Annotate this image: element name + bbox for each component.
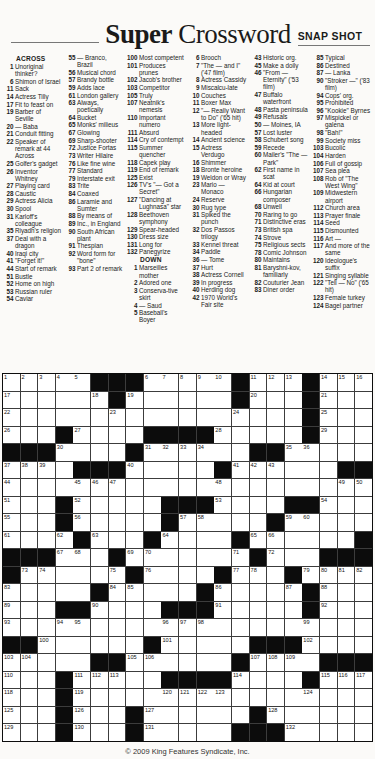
- grid-cell[interactable]: 3: [38, 374, 55, 391]
- grid-cell[interactable]: [38, 724, 55, 741]
- grid-cell[interactable]: 120: [161, 689, 178, 706]
- grid-cell[interactable]: [161, 392, 178, 409]
- grid-cell[interactable]: [232, 689, 249, 706]
- grid-cell[interactable]: [197, 707, 214, 724]
- grid-cell[interactable]: 118: [3, 689, 20, 706]
- grid-cell[interactable]: [109, 707, 126, 724]
- grid-cell[interactable]: [161, 462, 178, 479]
- grid-cell[interactable]: 56: [73, 514, 90, 531]
- grid-cell[interactable]: [179, 532, 196, 549]
- grid-cell[interactable]: 1: [3, 374, 20, 391]
- grid-cell[interactable]: [73, 654, 90, 671]
- grid-cell[interactable]: [197, 479, 214, 496]
- grid-cell[interactable]: 41: [232, 462, 249, 479]
- grid-cell[interactable]: 27: [73, 427, 90, 444]
- grid-cell[interactable]: [21, 532, 38, 549]
- grid-cell[interactable]: [355, 584, 372, 601]
- grid-cell[interactable]: 76: [144, 567, 161, 584]
- grid-cell[interactable]: [126, 637, 143, 654]
- grid-cell[interactable]: [214, 444, 231, 461]
- grid-cell[interactable]: [91, 637, 108, 654]
- grid-cell[interactable]: 39: [38, 462, 55, 479]
- grid-cell[interactable]: [338, 444, 355, 461]
- grid-cell[interactable]: [302, 532, 319, 549]
- grid-cell[interactable]: 116: [338, 672, 355, 689]
- grid-cell[interactable]: [214, 392, 231, 409]
- grid-cell[interactable]: [109, 689, 126, 706]
- grid-cell[interactable]: 35: [285, 444, 302, 461]
- grid-cell[interactable]: [161, 409, 178, 426]
- grid-cell[interactable]: [320, 532, 337, 549]
- grid-cell[interactable]: 32: [161, 444, 178, 461]
- grid-cell[interactable]: [355, 497, 372, 514]
- grid-cell[interactable]: [338, 409, 355, 426]
- grid-cell[interactable]: 71: [232, 549, 249, 566]
- grid-cell[interactable]: 14: [320, 374, 337, 391]
- grid-cell[interactable]: 94: [56, 619, 73, 636]
- grid-cell[interactable]: [144, 672, 161, 689]
- grid-cell[interactable]: 103: [3, 654, 20, 671]
- grid-cell[interactable]: 115: [320, 672, 337, 689]
- grid-cell[interactable]: [232, 619, 249, 636]
- grid-cell[interactable]: 87: [285, 584, 302, 601]
- grid-cell[interactable]: [109, 619, 126, 636]
- grid-cell[interactable]: [109, 724, 126, 741]
- grid-cell[interactable]: [21, 497, 38, 514]
- grid-cell[interactable]: [144, 497, 161, 514]
- grid-cell[interactable]: [126, 427, 143, 444]
- grid-cell[interactable]: 85: [126, 584, 143, 601]
- grid-cell[interactable]: 132: [285, 724, 302, 741]
- grid-cell[interactable]: [161, 479, 178, 496]
- grid-cell[interactable]: [214, 637, 231, 654]
- grid-cell[interactable]: [38, 654, 55, 671]
- grid-cell[interactable]: [214, 724, 231, 741]
- grid-cell[interactable]: [144, 479, 161, 496]
- grid-cell[interactable]: [179, 479, 196, 496]
- grid-cell[interactable]: [126, 532, 143, 549]
- grid-cell[interactable]: [250, 497, 267, 514]
- grid-cell[interactable]: [267, 567, 284, 584]
- grid-cell[interactable]: [267, 497, 284, 514]
- grid-cell[interactable]: [338, 619, 355, 636]
- grid-cell[interactable]: 40: [126, 462, 143, 479]
- grid-cell[interactable]: [91, 707, 108, 724]
- grid-cell[interactable]: [355, 427, 372, 444]
- grid-cell[interactable]: 130: [73, 724, 90, 741]
- grid-cell[interactable]: 121: [179, 689, 196, 706]
- grid-cell[interactable]: [320, 707, 337, 724]
- grid-cell[interactable]: [302, 462, 319, 479]
- grid-cell[interactable]: 12: [267, 374, 284, 391]
- grid-cell[interactable]: [320, 479, 337, 496]
- grid-cell[interactable]: [338, 637, 355, 654]
- grid-cell[interactable]: 30: [56, 444, 73, 461]
- grid-cell[interactable]: 83: [3, 584, 20, 601]
- grid-cell[interactable]: 60: [302, 514, 319, 531]
- grid-cell[interactable]: [214, 707, 231, 724]
- grid-cell[interactable]: [285, 532, 302, 549]
- grid-cell[interactable]: 48: [214, 479, 231, 496]
- grid-cell[interactable]: [338, 584, 355, 601]
- grid-cell[interactable]: [38, 689, 55, 706]
- grid-cell[interactable]: [161, 654, 178, 671]
- grid-cell[interactable]: 88: [320, 584, 337, 601]
- grid-cell[interactable]: 82: [355, 567, 372, 584]
- grid-cell[interactable]: [126, 479, 143, 496]
- grid-cell[interactable]: 74: [38, 567, 55, 584]
- grid-cell[interactable]: [38, 392, 55, 409]
- grid-cell[interactable]: 43: [267, 462, 284, 479]
- grid-cell[interactable]: [21, 707, 38, 724]
- grid-cell[interactable]: [56, 462, 73, 479]
- grid-cell[interactable]: [250, 584, 267, 601]
- grid-cell[interactable]: [126, 409, 143, 426]
- grid-cell[interactable]: [232, 444, 249, 461]
- grid-cell[interactable]: [21, 724, 38, 741]
- grid-cell[interactable]: [73, 409, 90, 426]
- grid-cell[interactable]: 129: [3, 724, 20, 741]
- grid-cell[interactable]: 13: [285, 374, 302, 391]
- grid-cell[interactable]: 4: [56, 374, 73, 391]
- grid-cell[interactable]: [91, 619, 108, 636]
- grid-cell[interactable]: 16: [355, 374, 372, 391]
- grid-cell[interactable]: [38, 672, 55, 689]
- grid-cell[interactable]: 122: [197, 689, 214, 706]
- grid-cell[interactable]: [355, 444, 372, 461]
- grid-cell[interactable]: [285, 392, 302, 409]
- grid-cell[interactable]: [320, 724, 337, 741]
- grid-cell[interactable]: 111: [73, 672, 90, 689]
- grid-cell[interactable]: 50: [355, 479, 372, 496]
- grid-cell[interactable]: 108: [267, 654, 284, 671]
- grid-cell[interactable]: 84: [109, 584, 126, 601]
- grid-cell[interactable]: [161, 707, 178, 724]
- grid-cell[interactable]: [267, 602, 284, 619]
- grid-cell[interactable]: 96: [161, 619, 178, 636]
- grid-cell[interactable]: [197, 549, 214, 566]
- grid-cell[interactable]: 37: [3, 462, 20, 479]
- grid-cell[interactable]: [267, 672, 284, 689]
- grid-cell[interactable]: [267, 689, 284, 706]
- grid-cell[interactable]: [109, 532, 126, 549]
- grid-cell[interactable]: 73: [21, 567, 38, 584]
- grid-cell[interactable]: [320, 619, 337, 636]
- grid-cell[interactable]: [126, 672, 143, 689]
- grid-cell[interactable]: [285, 707, 302, 724]
- grid-cell[interactable]: [38, 707, 55, 724]
- grid-cell[interactable]: [56, 409, 73, 426]
- grid-cell[interactable]: [91, 444, 108, 461]
- grid-cell[interactable]: [21, 602, 38, 619]
- grid-cell[interactable]: [91, 724, 108, 741]
- grid-cell[interactable]: [161, 567, 178, 584]
- grid-cell[interactable]: [302, 707, 319, 724]
- grid-cell[interactable]: [250, 672, 267, 689]
- grid-cell[interactable]: [355, 637, 372, 654]
- grid-cell[interactable]: 65: [250, 532, 267, 549]
- grid-cell[interactable]: 109: [285, 654, 302, 671]
- grid-cell[interactable]: [144, 584, 161, 601]
- grid-cell[interactable]: [285, 672, 302, 689]
- grid-cell[interactable]: [197, 637, 214, 654]
- grid-cell[interactable]: 58: [197, 514, 214, 531]
- grid-cell[interactable]: 63: [91, 532, 108, 549]
- grid-cell[interactable]: 24: [232, 409, 249, 426]
- grid-cell[interactable]: [355, 602, 372, 619]
- grid-cell[interactable]: 79: [302, 567, 319, 584]
- grid-cell[interactable]: 19: [126, 392, 143, 409]
- grid-cell[interactable]: [109, 514, 126, 531]
- grid-cell[interactable]: [109, 427, 126, 444]
- grid-cell[interactable]: 11: [250, 374, 267, 391]
- grid-cell[interactable]: [250, 619, 267, 636]
- grid-cell[interactable]: 89: [3, 602, 20, 619]
- grid-cell[interactable]: [338, 602, 355, 619]
- grid-cell[interactable]: 34: [197, 444, 214, 461]
- grid-cell[interactable]: 49: [338, 479, 355, 496]
- grid-cell[interactable]: [38, 479, 55, 496]
- grid-cell[interactable]: [126, 619, 143, 636]
- grid-cell[interactable]: [232, 637, 249, 654]
- grid-cell[interactable]: 110: [3, 672, 20, 689]
- grid-cell[interactable]: [144, 392, 161, 409]
- grid-cell[interactable]: [338, 427, 355, 444]
- grid-cell[interactable]: [126, 602, 143, 619]
- grid-cell[interactable]: 90: [91, 602, 108, 619]
- grid-cell[interactable]: 25: [320, 409, 337, 426]
- grid-cell[interactable]: [109, 444, 126, 461]
- grid-cell[interactable]: [91, 409, 108, 426]
- grid-cell[interactable]: 107: [250, 654, 267, 671]
- grid-cell[interactable]: 101: [161, 637, 178, 654]
- grid-cell[interactable]: [232, 584, 249, 601]
- grid-cell[interactable]: [232, 514, 249, 531]
- grid-cell[interactable]: [179, 549, 196, 566]
- grid-cell[interactable]: 53: [214, 497, 231, 514]
- grid-cell[interactable]: 104: [21, 654, 38, 671]
- grid-cell[interactable]: 91: [214, 602, 231, 619]
- grid-cell[interactable]: [56, 392, 73, 409]
- grid-cell[interactable]: [91, 689, 108, 706]
- grid-cell[interactable]: [285, 602, 302, 619]
- grid-cell[interactable]: [197, 409, 214, 426]
- grid-cell[interactable]: [302, 549, 319, 566]
- grid-cell[interactable]: [302, 479, 319, 496]
- grid-cell[interactable]: [214, 532, 231, 549]
- grid-cell[interactable]: 66: [267, 532, 284, 549]
- grid-cell[interactable]: 93: [3, 619, 20, 636]
- grid-cell[interactable]: [355, 409, 372, 426]
- grid-cell[interactable]: [126, 689, 143, 706]
- grid-cell[interactable]: [38, 409, 55, 426]
- grid-cell[interactable]: 68: [73, 549, 90, 566]
- grid-cell[interactable]: [355, 707, 372, 724]
- grid-cell[interactable]: 126: [73, 707, 90, 724]
- grid-cell[interactable]: [267, 619, 284, 636]
- grid-cell[interactable]: [179, 584, 196, 601]
- grid-cell[interactable]: 23: [109, 409, 126, 426]
- grid-cell[interactable]: 38: [21, 462, 38, 479]
- grid-cell[interactable]: [56, 567, 73, 584]
- grid-cell[interactable]: [21, 689, 38, 706]
- grid-cell[interactable]: [38, 584, 55, 601]
- grid-cell[interactable]: 8: [179, 374, 196, 391]
- grid-cell[interactable]: 62: [56, 532, 73, 549]
- grid-cell[interactable]: [21, 514, 38, 531]
- grid-cell[interactable]: 46: [91, 479, 108, 496]
- grid-cell[interactable]: [21, 392, 38, 409]
- grid-cell[interactable]: [285, 427, 302, 444]
- grid-cell[interactable]: [197, 532, 214, 549]
- grid-cell[interactable]: [250, 514, 267, 531]
- grid-cell[interactable]: [267, 479, 284, 496]
- grid-cell[interactable]: [214, 514, 231, 531]
- grid-cell[interactable]: [285, 689, 302, 706]
- grid-cell[interactable]: [73, 637, 90, 654]
- grid-cell[interactable]: 97: [179, 619, 196, 636]
- grid-cell[interactable]: [232, 602, 249, 619]
- grid-cell[interactable]: [91, 427, 108, 444]
- grid-cell[interactable]: [73, 567, 90, 584]
- grid-cell[interactable]: [302, 654, 319, 671]
- grid-cell[interactable]: [214, 619, 231, 636]
- grid-cell[interactable]: 131: [144, 724, 161, 741]
- grid-cell[interactable]: 54: [320, 497, 337, 514]
- grid-cell[interactable]: 95: [73, 619, 90, 636]
- grid-cell[interactable]: [355, 514, 372, 531]
- grid-cell[interactable]: [267, 584, 284, 601]
- grid-cell[interactable]: 21: [320, 392, 337, 409]
- grid-cell[interactable]: 18: [91, 392, 108, 409]
- grid-cell[interactable]: [38, 514, 55, 531]
- grid-cell[interactable]: 124: [302, 689, 319, 706]
- grid-cell[interactable]: [109, 637, 126, 654]
- grid-cell[interactable]: 113: [109, 672, 126, 689]
- grid-cell[interactable]: 77: [232, 567, 249, 584]
- grid-cell[interactable]: [267, 392, 284, 409]
- grid-cell[interactable]: [179, 409, 196, 426]
- grid-cell[interactable]: [91, 567, 108, 584]
- grid-cell[interactable]: [285, 619, 302, 636]
- grid-cell[interactable]: 51: [3, 497, 20, 514]
- grid-cell[interactable]: [73, 584, 90, 601]
- grid-cell[interactable]: [91, 549, 108, 566]
- grid-cell[interactable]: [179, 707, 196, 724]
- grid-cell[interactable]: [214, 549, 231, 566]
- grid-cell[interactable]: 52: [73, 497, 90, 514]
- grid-cell[interactable]: [21, 409, 38, 426]
- grid-cell[interactable]: [320, 462, 337, 479]
- grid-cell[interactable]: [38, 497, 55, 514]
- grid-cell[interactable]: 55: [3, 514, 20, 531]
- grid-cell[interactable]: 100: [38, 637, 55, 654]
- grid-cell[interactable]: [38, 532, 55, 549]
- grid-cell[interactable]: [232, 707, 249, 724]
- grid-cell[interactable]: 98: [197, 619, 214, 636]
- grid-cell[interactable]: [320, 444, 337, 461]
- grid-cell[interactable]: 86: [214, 584, 231, 601]
- grid-cell[interactable]: [179, 654, 196, 671]
- grid-cell[interactable]: 112: [91, 672, 108, 689]
- grid-cell[interactable]: [338, 724, 355, 741]
- grid-cell[interactable]: [21, 427, 38, 444]
- grid-cell[interactable]: [179, 724, 196, 741]
- grid-cell[interactable]: 17: [3, 392, 20, 409]
- grid-cell[interactable]: [250, 602, 267, 619]
- grid-cell[interactable]: [285, 409, 302, 426]
- grid-cell[interactable]: [197, 567, 214, 584]
- grid-cell[interactable]: [91, 497, 108, 514]
- grid-cell[interactable]: 47: [109, 479, 126, 496]
- grid-cell[interactable]: [21, 672, 38, 689]
- grid-cell[interactable]: 128: [267, 707, 284, 724]
- grid-cell[interactable]: 26: [3, 427, 20, 444]
- grid-cell[interactable]: 10: [214, 374, 231, 391]
- grid-cell[interactable]: [144, 689, 161, 706]
- grid-cell[interactable]: 22: [3, 409, 20, 426]
- grid-cell[interactable]: 15: [338, 374, 355, 391]
- grid-cell[interactable]: [179, 462, 196, 479]
- grid-cell[interactable]: [109, 497, 126, 514]
- grid-cell[interactable]: 106: [144, 654, 161, 671]
- grid-cell[interactable]: [56, 479, 73, 496]
- grid-cell[interactable]: [21, 479, 38, 496]
- grid-cell[interactable]: [179, 637, 196, 654]
- grid-cell[interactable]: [179, 392, 196, 409]
- grid-cell[interactable]: 42: [250, 462, 267, 479]
- grid-cell[interactable]: 70: [144, 549, 161, 566]
- grid-cell[interactable]: [338, 689, 355, 706]
- grid-cell[interactable]: [250, 689, 267, 706]
- grid-cell[interactable]: 75: [109, 567, 126, 584]
- grid-cell[interactable]: 72: [267, 549, 284, 566]
- grid-cell[interactable]: 92: [320, 602, 337, 619]
- grid-cell[interactable]: [338, 532, 355, 549]
- grid-cell[interactable]: [56, 654, 73, 671]
- grid-cell[interactable]: 125: [3, 707, 20, 724]
- grid-cell[interactable]: 9: [197, 374, 214, 391]
- grid-cell[interactable]: 36: [302, 444, 319, 461]
- grid-cell[interactable]: [56, 637, 73, 654]
- grid-cell[interactable]: [302, 724, 319, 741]
- grid-cell[interactable]: [91, 514, 108, 531]
- grid-cell[interactable]: 127: [144, 707, 161, 724]
- grid-cell[interactable]: [21, 619, 38, 636]
- grid-cell[interactable]: 28: [214, 427, 231, 444]
- grid-cell[interactable]: 67: [56, 549, 73, 566]
- grid-cell[interactable]: 45: [73, 479, 90, 496]
- grid-cell[interactable]: [109, 602, 126, 619]
- grid-cell[interactable]: [232, 427, 249, 444]
- grid-cell[interactable]: 123: [214, 689, 231, 706]
- grid-cell[interactable]: 78: [250, 567, 267, 584]
- grid-cell[interactable]: [320, 637, 337, 654]
- grid-cell[interactable]: [338, 514, 355, 531]
- grid-cell[interactable]: [355, 689, 372, 706]
- grid-cell[interactable]: [179, 567, 196, 584]
- grid-cell[interactable]: [267, 427, 284, 444]
- grid-cell[interactable]: [267, 409, 284, 426]
- grid-cell[interactable]: [73, 392, 90, 409]
- grid-cell[interactable]: [126, 497, 143, 514]
- grid-cell[interactable]: [144, 602, 161, 619]
- grid-cell[interactable]: [285, 462, 302, 479]
- grid-cell[interactable]: 31: [144, 444, 161, 461]
- grid-cell[interactable]: [197, 462, 214, 479]
- grid-cell[interactable]: [355, 392, 372, 409]
- grid-cell[interactable]: [126, 514, 143, 531]
